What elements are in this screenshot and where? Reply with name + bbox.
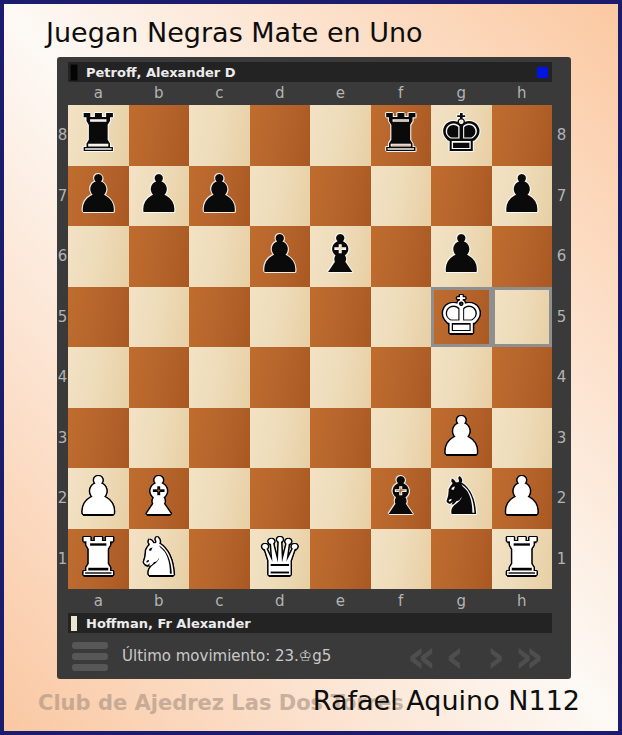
square-f7[interactable] xyxy=(371,166,432,227)
square-g1[interactable] xyxy=(431,529,492,590)
rank-label-7: 7 xyxy=(57,166,68,227)
piece-white-pawn[interactable]: ♟ xyxy=(498,470,545,522)
square-h1[interactable]: ♜ xyxy=(492,529,553,590)
file-labels-bottom: abcdefgh xyxy=(68,590,552,612)
square-e5[interactable] xyxy=(310,287,371,348)
file-label-d: d xyxy=(250,590,311,612)
square-d6[interactable]: ♟ xyxy=(250,226,311,287)
file-label-c: c xyxy=(189,590,250,612)
square-e7[interactable] xyxy=(310,166,371,227)
square-e6[interactable]: ♝ xyxy=(310,226,371,287)
square-h6[interactable] xyxy=(492,226,553,287)
rank-label-2: 2 xyxy=(552,468,571,529)
square-c3[interactable] xyxy=(189,408,250,469)
square-b7[interactable]: ♟ xyxy=(129,166,190,227)
rank-label-6: 6 xyxy=(552,226,571,287)
square-d4[interactable] xyxy=(250,347,311,408)
square-b3[interactable] xyxy=(129,408,190,469)
black-side-indicator xyxy=(71,65,77,80)
piece-white-rook[interactable]: ♜ xyxy=(75,531,122,583)
rank-label-2: 2 xyxy=(57,468,68,529)
square-a6[interactable] xyxy=(68,226,129,287)
square-e2[interactable] xyxy=(310,468,371,529)
square-c7[interactable]: ♟ xyxy=(189,166,250,227)
file-label-b: b xyxy=(129,590,190,612)
square-g4[interactable] xyxy=(431,347,492,408)
nav-last-button[interactable]: » xyxy=(514,637,544,675)
file-labels-top: abcdefgh xyxy=(68,82,552,104)
rank-label-4: 4 xyxy=(57,347,68,408)
piece-black-rook[interactable]: ♜ xyxy=(75,107,122,159)
board-panel: Petroff, Alexander D abcdefgh 87654321 ♜… xyxy=(57,57,571,679)
rank-label-4: 4 xyxy=(552,347,571,408)
square-a5[interactable] xyxy=(68,287,129,348)
white-side-indicator xyxy=(71,616,77,631)
file-label-e: e xyxy=(310,82,371,104)
square-a2[interactable]: ♟ xyxy=(68,468,129,529)
move-navigation: « ‹ › » xyxy=(407,637,544,675)
file-label-d: d xyxy=(250,82,311,104)
menu-icon[interactable] xyxy=(72,638,108,675)
square-h4[interactable] xyxy=(492,347,553,408)
square-g5[interactable]: ♚ xyxy=(431,287,492,348)
square-h5[interactable] xyxy=(492,287,553,348)
nav-first-button[interactable]: « xyxy=(407,637,437,675)
square-b2[interactable]: ♝ xyxy=(129,468,190,529)
piece-white-bishop[interactable]: ♝ xyxy=(135,470,182,522)
player-name-bottom: Hoffman, Fr Alexander xyxy=(86,616,251,631)
square-a1[interactable]: ♜ xyxy=(68,529,129,590)
square-c1[interactable] xyxy=(189,529,250,590)
rank-label-5: 5 xyxy=(552,287,571,348)
file-label-g: g xyxy=(431,590,492,612)
file-label-f: f xyxy=(371,82,432,104)
piece-white-pawn[interactable]: ♟ xyxy=(75,470,122,522)
square-h2[interactable]: ♟ xyxy=(492,468,553,529)
rank-label-8: 8 xyxy=(552,105,571,166)
rank-label-1: 1 xyxy=(57,529,68,590)
square-g7[interactable] xyxy=(431,166,492,227)
square-e4[interactable] xyxy=(310,347,371,408)
player-bar-top: Petroff, Alexander D xyxy=(68,62,552,82)
square-d3[interactable] xyxy=(250,408,311,469)
square-d1[interactable]: ♛ xyxy=(250,529,311,590)
square-c5[interactable] xyxy=(189,287,250,348)
piece-black-pawn[interactable]: ♟ xyxy=(196,168,243,220)
nav-prev-button[interactable]: ‹ xyxy=(445,637,464,675)
square-b1[interactable]: ♞ xyxy=(129,529,190,590)
square-c6[interactable] xyxy=(189,226,250,287)
piece-black-bishop[interactable]: ♝ xyxy=(317,228,364,280)
square-a3[interactable] xyxy=(68,408,129,469)
piece-white-pawn[interactable]: ♟ xyxy=(438,410,485,462)
piece-black-bishop[interactable]: ♝ xyxy=(377,470,424,522)
square-a4[interactable] xyxy=(68,347,129,408)
square-g2[interactable]: ♞ xyxy=(431,468,492,529)
square-c2[interactable] xyxy=(189,468,250,529)
turn-indicator xyxy=(537,67,548,78)
file-label-h: h xyxy=(492,590,553,612)
square-f2[interactable]: ♝ xyxy=(371,468,432,529)
square-f6[interactable] xyxy=(371,226,432,287)
square-d2[interactable] xyxy=(250,468,311,529)
square-c8[interactable] xyxy=(189,105,250,166)
rank-label-3: 3 xyxy=(552,408,571,469)
square-h8[interactable] xyxy=(492,105,553,166)
piece-black-pawn[interactable]: ♟ xyxy=(256,228,303,280)
square-h3[interactable] xyxy=(492,408,553,469)
player-name-top: Petroff, Alexander D xyxy=(86,65,236,80)
rank-label-5: 5 xyxy=(57,287,68,348)
rank-label-3: 3 xyxy=(57,408,68,469)
square-e1[interactable] xyxy=(310,529,371,590)
rank-labels-left: 87654321 xyxy=(57,105,68,589)
file-label-a: a xyxy=(68,590,129,612)
square-d5[interactable] xyxy=(250,287,311,348)
file-label-b: b xyxy=(129,82,190,104)
square-d8[interactable] xyxy=(250,105,311,166)
author-credit: Rafael Aquino N112 xyxy=(313,685,580,716)
file-label-c: c xyxy=(189,82,250,104)
file-label-e: e xyxy=(310,590,371,612)
square-f4[interactable] xyxy=(371,347,432,408)
piece-black-pawn[interactable]: ♟ xyxy=(135,168,182,220)
rank-label-1: 1 xyxy=(552,529,571,590)
file-label-a: a xyxy=(68,82,129,104)
square-e3[interactable] xyxy=(310,408,371,469)
square-b6[interactable] xyxy=(129,226,190,287)
piece-black-king[interactable]: ♚ xyxy=(438,107,485,159)
square-h7[interactable]: ♟ xyxy=(492,166,553,227)
piece-black-pawn[interactable]: ♟ xyxy=(75,168,122,220)
square-a8[interactable]: ♜ xyxy=(68,105,129,166)
piece-black-pawn[interactable]: ♟ xyxy=(438,228,485,280)
square-b5[interactable] xyxy=(129,287,190,348)
controls-bar: Último movimiento: 23.♔g5 « ‹ › » xyxy=(68,637,552,675)
square-f8[interactable]: ♜ xyxy=(371,105,432,166)
player-bar-bottom: Hoffman, Fr Alexander xyxy=(68,613,552,633)
piece-white-knight[interactable]: ♞ xyxy=(135,531,182,583)
rank-label-8: 8 xyxy=(57,105,68,166)
square-e8[interactable] xyxy=(310,105,371,166)
square-f3[interactable] xyxy=(371,408,432,469)
puzzle-title: Juegan Negras Mate en Uno xyxy=(46,17,423,48)
square-d7[interactable] xyxy=(250,166,311,227)
square-a7[interactable]: ♟ xyxy=(68,166,129,227)
piece-white-queen[interactable]: ♛ xyxy=(256,531,303,583)
square-g3[interactable]: ♟ xyxy=(431,408,492,469)
rank-labels-right: 87654321 xyxy=(552,105,571,589)
piece-black-rook[interactable]: ♜ xyxy=(377,107,424,159)
piece-white-rook[interactable]: ♜ xyxy=(498,531,545,583)
last-move-text: Último movimiento: 23.♔g5 xyxy=(122,647,331,665)
puzzle-card: Juegan Negras Mate en Uno Petroff, Alexa… xyxy=(0,0,622,735)
nav-next-button[interactable]: › xyxy=(486,637,505,675)
square-b4[interactable] xyxy=(129,347,190,408)
rank-label-7: 7 xyxy=(552,166,571,227)
piece-black-knight[interactable]: ♞ xyxy=(438,470,485,522)
piece-white-king[interactable]: ♚ xyxy=(438,289,485,341)
square-b8[interactable] xyxy=(129,105,190,166)
file-label-f: f xyxy=(371,590,432,612)
piece-black-pawn[interactable]: ♟ xyxy=(498,168,545,220)
square-f5[interactable] xyxy=(371,287,432,348)
square-g8[interactable]: ♚ xyxy=(431,105,492,166)
square-c4[interactable] xyxy=(189,347,250,408)
chess-board: ♜♜♚♟♟♟♟♟♝♟♚♟♟♝♝♞♟♜♞♛♜ xyxy=(68,105,552,589)
rank-label-6: 6 xyxy=(57,226,68,287)
square-g6[interactable]: ♟ xyxy=(431,226,492,287)
square-f1[interactable] xyxy=(371,529,432,590)
file-label-g: g xyxy=(431,82,492,104)
file-label-h: h xyxy=(492,82,553,104)
